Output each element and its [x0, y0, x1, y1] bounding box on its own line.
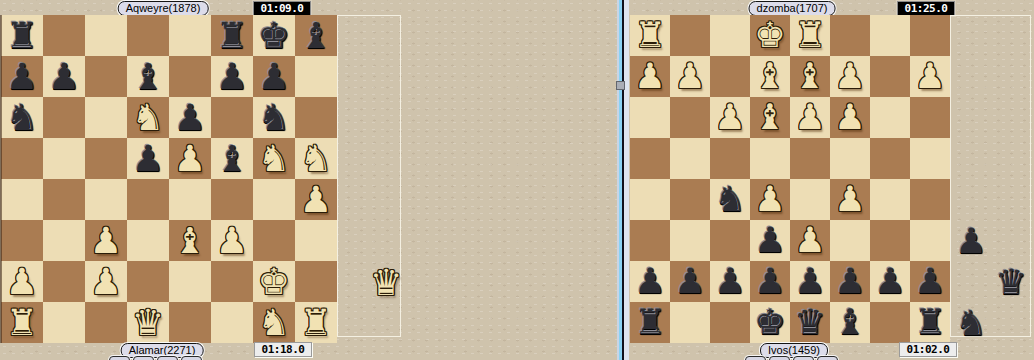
square[interactable]: ♝ — [790, 56, 830, 97]
square[interactable]: ♟ — [750, 220, 790, 261]
square[interactable] — [253, 179, 295, 220]
left-bottom-clock: 01:18.0 — [254, 342, 312, 357]
square[interactable]: ♟ — [670, 56, 710, 97]
white-bishop-piece[interactable]: ♝ — [750, 56, 790, 97]
square[interactable]: ♟ — [910, 261, 950, 302]
square[interactable] — [1, 179, 43, 220]
white-pawn-piece[interactable]: ♟ — [85, 220, 127, 261]
held-black-queen[interactable]: ♛ — [991, 262, 1031, 303]
white-pawn-piece[interactable]: ♟ — [830, 56, 870, 97]
black-bishop-piece[interactable]: ♝ — [295, 15, 337, 56]
square[interactable]: ♟ — [750, 261, 790, 302]
mini-button[interactable] — [745, 356, 766, 360]
square[interactable]: ♟ — [630, 261, 670, 302]
square[interactable]: ♚ — [750, 302, 790, 343]
square[interactable]: ♟ — [830, 97, 870, 138]
splitter-handle[interactable] — [616, 81, 625, 90]
left-board-pane: Aqweyre(1878) 01:09.0 ♜♜♚♝♟♟♝♟♟♞♞♟♞♟♟♝♞♞… — [0, 0, 617, 360]
square[interactable]: ♟ — [85, 220, 127, 261]
square[interactable] — [790, 179, 830, 220]
square[interactable]: ♟ — [710, 261, 750, 302]
square[interactable] — [43, 302, 85, 343]
square[interactable] — [790, 138, 830, 179]
square[interactable]: ♟ — [910, 56, 950, 97]
square[interactable] — [670, 179, 710, 220]
left-top-player-plate[interactable]: Aqweyre(1878) — [118, 1, 209, 16]
right-board-pane: dzomba(1707) 01:25.0 ♜♚♜♟♟♝♝♟♟♟♝♟♟♞♟♟♟♟♟… — [629, 0, 1034, 360]
square[interactable]: ♝ — [830, 302, 870, 343]
square[interactable]: ♜ — [211, 15, 253, 56]
square[interactable] — [630, 97, 670, 138]
square[interactable] — [830, 138, 870, 179]
mini-button[interactable] — [769, 356, 790, 360]
square[interactable]: ♝ — [211, 138, 253, 179]
square[interactable] — [295, 261, 337, 302]
square[interactable] — [43, 97, 85, 138]
white-king-piece[interactable]: ♚ — [253, 261, 295, 302]
black-pawn-piece[interactable]: ♟ — [169, 97, 211, 138]
square[interactable]: ♞ — [253, 302, 295, 343]
black-pawn-piece[interactable]: ♟ — [127, 138, 169, 179]
white-pawn-piece[interactable]: ♟ — [790, 220, 830, 261]
black-rook-piece[interactable]: ♜ — [211, 15, 253, 56]
square[interactable] — [750, 138, 790, 179]
square[interactable] — [127, 220, 169, 261]
square[interactable]: ♟ — [169, 97, 211, 138]
square[interactable] — [127, 261, 169, 302]
mini-button[interactable] — [181, 356, 202, 360]
white-pawn-piece[interactable]: ♟ — [630, 56, 670, 97]
right-holdings-tray: ♟♛♞ — [950, 15, 1031, 337]
square[interactable]: ♟ — [1, 261, 43, 302]
white-rook-piece[interactable]: ♜ — [295, 302, 337, 343]
held-white-queen[interactable]: ♛ — [370, 262, 402, 303]
square[interactable] — [630, 138, 670, 179]
black-pawn-piece[interactable]: ♟ — [253, 56, 295, 97]
white-pawn-piece[interactable]: ♟ — [790, 97, 830, 138]
square[interactable]: ♞ — [295, 138, 337, 179]
square[interactable] — [870, 220, 910, 261]
square[interactable] — [670, 302, 710, 343]
square[interactable] — [169, 179, 211, 220]
square[interactable] — [43, 220, 85, 261]
square[interactable]: ♟ — [670, 261, 710, 302]
square[interactable] — [43, 15, 85, 56]
square[interactable] — [870, 302, 910, 343]
mini-button[interactable] — [133, 356, 154, 360]
black-pawn-piece[interactable]: ♟ — [630, 261, 670, 302]
square[interactable] — [295, 97, 337, 138]
square[interactable]: ♟ — [790, 220, 830, 261]
square[interactable]: ♟ — [127, 138, 169, 179]
right-bottom-clock: 01:02.0 — [899, 342, 957, 357]
square[interactable] — [910, 138, 950, 179]
white-pawn-piece[interactable]: ♟ — [910, 56, 950, 97]
black-pawn-piece[interactable]: ♟ — [43, 56, 85, 97]
square[interactable]: ♟ — [1, 56, 43, 97]
square[interactable] — [211, 261, 253, 302]
black-king-piece[interactable]: ♚ — [253, 15, 295, 56]
black-rook-piece[interactable]: ♜ — [630, 302, 670, 343]
white-knight-piece[interactable]: ♞ — [253, 138, 295, 179]
square[interactable] — [1, 220, 43, 261]
white-knight-piece[interactable]: ♞ — [127, 97, 169, 138]
mini-button[interactable] — [157, 356, 178, 360]
mini-button[interactable] — [817, 356, 838, 360]
mini-button[interactable] — [793, 356, 814, 360]
square[interactable]: ♟ — [750, 179, 790, 220]
square[interactable] — [710, 56, 750, 97]
square[interactable]: ♞ — [1, 97, 43, 138]
black-pawn-piece[interactable]: ♟ — [211, 56, 253, 97]
square[interactable]: ♟ — [870, 261, 910, 302]
square[interactable]: ♛ — [790, 302, 830, 343]
square[interactable] — [211, 97, 253, 138]
right-button-row — [745, 356, 841, 360]
square[interactable]: ♝ — [750, 97, 790, 138]
square[interactable] — [211, 179, 253, 220]
left-board-edge — [0, 15, 2, 343]
white-king-piece[interactable]: ♚ — [750, 15, 790, 56]
square[interactable] — [295, 220, 337, 261]
square[interactable] — [253, 220, 295, 261]
black-rook-piece[interactable]: ♜ — [910, 302, 950, 343]
white-rook-piece[interactable]: ♜ — [1, 302, 43, 343]
square[interactable]: ♜ — [630, 15, 670, 56]
square[interactable]: ♜ — [630, 302, 670, 343]
black-knight-piece[interactable]: ♞ — [1, 97, 43, 138]
white-pawn-piece[interactable]: ♟ — [1, 261, 43, 302]
square[interactable] — [85, 302, 127, 343]
black-pawn-piece[interactable]: ♟ — [790, 261, 830, 302]
square[interactable] — [710, 302, 750, 343]
square[interactable] — [870, 138, 910, 179]
black-queen-piece[interactable]: ♛ — [790, 302, 830, 343]
square[interactable]: ♟ — [790, 97, 830, 138]
square[interactable]: ♚ — [253, 261, 295, 302]
white-pawn-piece[interactable]: ♟ — [670, 56, 710, 97]
square[interactable] — [43, 138, 85, 179]
square[interactable]: ♞ — [710, 179, 750, 220]
square[interactable]: ♚ — [750, 15, 790, 56]
square[interactable] — [85, 179, 127, 220]
white-pawn-piece[interactable]: ♟ — [211, 220, 253, 261]
square[interactable]: ♝ — [295, 15, 337, 56]
square[interactable] — [870, 56, 910, 97]
square[interactable] — [127, 15, 169, 56]
black-pawn-piece[interactable]: ♟ — [1, 56, 43, 97]
white-pawn-piece[interactable]: ♟ — [169, 138, 211, 179]
square[interactable]: ♚ — [253, 15, 295, 56]
white-rook-piece[interactable]: ♜ — [630, 15, 670, 56]
square[interactable] — [910, 179, 950, 220]
square[interactable] — [870, 179, 910, 220]
square[interactable]: ♟ — [85, 261, 127, 302]
white-pawn-piece[interactable]: ♟ — [750, 179, 790, 220]
right-top-clock: 01:25.0 — [897, 1, 955, 16]
square[interactable]: ♟ — [253, 56, 295, 97]
square[interactable] — [169, 56, 211, 97]
square[interactable] — [710, 138, 750, 179]
square[interactable]: ♟ — [830, 56, 870, 97]
black-king-piece[interactable]: ♚ — [750, 302, 790, 343]
square[interactable] — [43, 261, 85, 302]
black-pawn-piece[interactable]: ♟ — [750, 220, 790, 261]
square[interactable] — [85, 56, 127, 97]
black-bishop-piece[interactable]: ♝ — [830, 302, 870, 343]
square[interactable] — [670, 97, 710, 138]
bughouse-two-board-view: Aqweyre(1878) 01:09.0 ♜♜♚♝♟♟♝♟♟♞♞♟♞♟♟♝♞♞… — [0, 0, 1034, 360]
square[interactable]: ♟ — [710, 97, 750, 138]
black-bishop-piece[interactable]: ♝ — [211, 138, 253, 179]
square[interactable] — [710, 220, 750, 261]
black-pawn-piece[interactable]: ♟ — [910, 261, 950, 302]
square[interactable] — [870, 15, 910, 56]
square[interactable] — [710, 15, 750, 56]
square[interactable]: ♝ — [750, 56, 790, 97]
held-black-knight[interactable]: ♞ — [951, 303, 991, 344]
square[interactable] — [295, 56, 337, 97]
square[interactable]: ♝ — [127, 56, 169, 97]
square[interactable] — [169, 261, 211, 302]
square[interactable]: ♜ — [1, 15, 43, 56]
square[interactable]: ♜ — [295, 302, 337, 343]
white-pawn-piece[interactable]: ♟ — [710, 97, 750, 138]
square[interactable]: ♝ — [169, 220, 211, 261]
square[interactable] — [43, 179, 85, 220]
square[interactable] — [670, 220, 710, 261]
square[interactable] — [910, 97, 950, 138]
square[interactable]: ♞ — [127, 97, 169, 138]
square[interactable]: ♜ — [1, 302, 43, 343]
white-rook-piece[interactable]: ♜ — [790, 15, 830, 56]
white-bishop-piece[interactable]: ♝ — [750, 97, 790, 138]
square[interactable] — [910, 220, 950, 261]
square[interactable] — [910, 15, 950, 56]
square[interactable] — [211, 302, 253, 343]
right-chess-board: ♜♚♜♟♟♝♝♟♟♟♝♟♟♞♟♟♟♟♟♟♟♟♟♟♟♟♜♚♛♝♜ — [630, 15, 950, 343]
square[interactable]: ♞ — [253, 97, 295, 138]
square[interactable] — [630, 220, 670, 261]
square[interactable]: ♛ — [127, 302, 169, 343]
square[interactable]: ♟ — [830, 261, 870, 302]
square[interactable] — [630, 179, 670, 220]
square[interactable]: ♟ — [295, 179, 337, 220]
black-pawn-piece[interactable]: ♟ — [870, 261, 910, 302]
square[interactable] — [169, 15, 211, 56]
left-holdings-tray: ♛ — [337, 15, 401, 337]
white-queen-piece[interactable]: ♛ — [127, 302, 169, 343]
right-top-player-plate[interactable]: dzomba(1707) — [749, 1, 836, 16]
black-pawn-piece[interactable]: ♟ — [750, 261, 790, 302]
square[interactable] — [670, 138, 710, 179]
square[interactable]: ♟ — [211, 56, 253, 97]
pane-splitter[interactable] — [617, 0, 629, 360]
square[interactable]: ♟ — [830, 179, 870, 220]
square[interactable] — [830, 220, 870, 261]
square[interactable]: ♟ — [43, 56, 85, 97]
white-pawn-piece[interactable]: ♟ — [830, 97, 870, 138]
white-pawn-piece[interactable]: ♟ — [295, 179, 337, 220]
square[interactable] — [85, 97, 127, 138]
square[interactable] — [169, 302, 211, 343]
black-pawn-piece[interactable]: ♟ — [830, 261, 870, 302]
square[interactable]: ♟ — [630, 56, 670, 97]
black-bishop-piece[interactable]: ♝ — [127, 56, 169, 97]
white-pawn-piece[interactable]: ♟ — [830, 179, 870, 220]
square[interactable]: ♜ — [910, 302, 950, 343]
square[interactable] — [127, 179, 169, 220]
square[interactable]: ♟ — [790, 261, 830, 302]
square[interactable] — [1, 138, 43, 179]
square[interactable] — [870, 97, 910, 138]
black-rook-piece[interactable]: ♜ — [1, 15, 43, 56]
white-pawn-piece[interactable]: ♟ — [85, 261, 127, 302]
left-top-clock: 01:09.0 — [253, 1, 311, 16]
mini-button[interactable] — [109, 356, 130, 360]
black-knight-piece[interactable]: ♞ — [710, 179, 750, 220]
black-knight-piece[interactable]: ♞ — [253, 97, 295, 138]
square[interactable]: ♜ — [790, 15, 830, 56]
square[interactable]: ♟ — [169, 138, 211, 179]
white-bishop-piece[interactable]: ♝ — [169, 220, 211, 261]
black-pawn-piece[interactable]: ♟ — [670, 261, 710, 302]
square[interactable] — [670, 15, 710, 56]
white-bishop-piece[interactable]: ♝ — [790, 56, 830, 97]
black-pawn-piece[interactable]: ♟ — [710, 261, 750, 302]
white-knight-piece[interactable]: ♞ — [253, 302, 295, 343]
square[interactable] — [85, 138, 127, 179]
left-chess-board: ♜♜♚♝♟♟♝♟♟♞♞♟♞♟♟♝♞♞♟♟♝♟♟♟♚♜♛♞♜ — [1, 15, 337, 343]
square[interactable]: ♞ — [253, 138, 295, 179]
square[interactable] — [830, 15, 870, 56]
white-knight-piece[interactable]: ♞ — [295, 138, 337, 179]
held-black-pawn[interactable]: ♟ — [951, 221, 991, 262]
square[interactable] — [85, 15, 127, 56]
square[interactable]: ♟ — [211, 220, 253, 261]
left-button-row — [109, 356, 205, 360]
